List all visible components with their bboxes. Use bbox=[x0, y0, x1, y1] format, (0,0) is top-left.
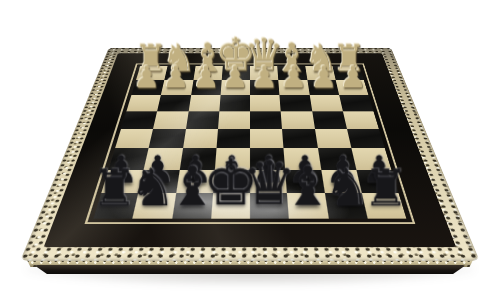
square-h5 bbox=[115, 129, 153, 148]
square-e5 bbox=[216, 129, 250, 148]
square-e3 bbox=[219, 95, 250, 111]
square-f3 bbox=[188, 95, 220, 111]
square-d4 bbox=[250, 111, 282, 129]
square-e4 bbox=[218, 111, 250, 129]
square-h4 bbox=[121, 111, 157, 129]
board-front-edge-shadow bbox=[34, 265, 466, 274]
piece-black-rook-a8: ♜ bbox=[347, 163, 424, 213]
square-f5 bbox=[183, 129, 218, 148]
square-g5 bbox=[149, 129, 186, 148]
square-d5 bbox=[250, 129, 284, 148]
square-c4 bbox=[281, 111, 315, 129]
square-h3 bbox=[126, 95, 161, 111]
square-c5 bbox=[282, 129, 317, 148]
square-a3 bbox=[339, 95, 374, 111]
square-d3 bbox=[250, 95, 281, 111]
square-g3 bbox=[157, 95, 190, 111]
square-b3 bbox=[309, 95, 342, 111]
square-b4 bbox=[312, 111, 347, 129]
square-c3 bbox=[280, 95, 312, 111]
product-photo-scene: ♜♞♝♚♛♝♞♜♟♟♟♟♟♟♟♟♟♟♟♟♟♟♟♟♜♞♝♚♛♝♞♜ bbox=[0, 0, 500, 297]
square-a4 bbox=[343, 111, 379, 129]
square-a5 bbox=[347, 129, 385, 148]
square-b5 bbox=[315, 129, 352, 148]
piece-white-pawn-a2: ♟ bbox=[324, 62, 382, 92]
chess-board: ♜♞♝♚♛♝♞♜♟♟♟♟♟♟♟♟♟♟♟♟♟♟♟♟♜♞♝♚♛♝♞♜ bbox=[20, 48, 480, 261]
square-f4 bbox=[186, 111, 220, 129]
square-g4 bbox=[153, 111, 188, 129]
